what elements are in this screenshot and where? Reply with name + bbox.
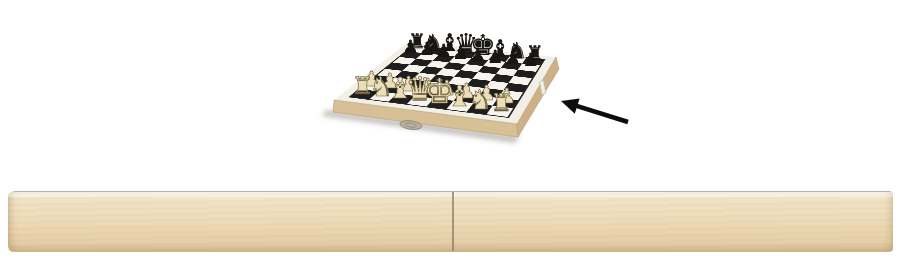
wooden-plank xyxy=(8,191,893,252)
piece-black-pawn: ♟ xyxy=(435,42,451,60)
piece-white-knight: ♞ xyxy=(468,86,492,113)
piece-black-pawn: ♟ xyxy=(469,45,485,63)
piece-black-pawn: ♟ xyxy=(452,44,468,62)
piece-white-rook: ♜ xyxy=(490,91,512,115)
piece-black-pawn: ♟ xyxy=(523,51,539,69)
box-latch-detail xyxy=(405,122,416,127)
piece-black-pawn: ♟ xyxy=(419,40,435,58)
piece-black-pawn: ♟ xyxy=(505,49,521,67)
box-latch xyxy=(399,120,422,131)
piece-black-pawn: ♟ xyxy=(487,47,503,65)
annotation-arrow-shaft xyxy=(573,105,628,122)
piece-black-pawn: ♟ xyxy=(402,38,418,56)
annotation-arrow-head xyxy=(561,99,580,114)
plank-seam xyxy=(452,192,454,251)
